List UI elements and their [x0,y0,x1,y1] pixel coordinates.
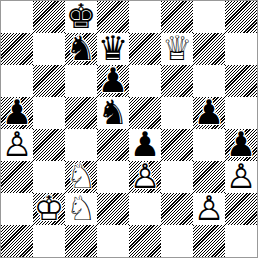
piece-glyph-white-knight: ♘ [65,193,97,225]
square-f8[interactable] [161,1,193,33]
square-a7[interactable] [1,33,33,65]
piece-white-king[interactable]: ♚♔ [33,193,65,225]
square-c8[interactable]: ♚♚ [65,1,97,33]
square-e7[interactable] [129,33,161,65]
square-b6[interactable] [33,65,65,97]
piece-black-knight[interactable]: ♞♞ [97,97,129,129]
piece-glyph-white-knight: ♘ [65,161,97,193]
piece-black-pawn[interactable]: ♟♟ [193,97,225,129]
square-d7[interactable]: ♛♛ [97,33,129,65]
square-d6[interactable]: ♟♟ [97,65,129,97]
piece-glyph-white-pawn: ♙ [1,129,33,161]
square-c7[interactable]: ♞♞ [65,33,97,65]
square-a8[interactable] [1,1,33,33]
square-d3[interactable] [97,161,129,193]
square-a4[interactable]: ♟♙ [1,129,33,161]
square-f3[interactable] [161,161,193,193]
piece-halo: ♟ [129,161,161,193]
square-h7[interactable] [225,33,257,65]
square-b2[interactable]: ♚♔ [33,193,65,225]
square-h5[interactable] [225,97,257,129]
chess-board: ♚♚♞♞♛♛♛♕♟♟♟♟♞♞♟♟♟♙♟♟♟♟♞♘♟♙♟♙♚♔♞♘♟♙ [0,0,258,258]
square-a1[interactable] [1,225,33,257]
piece-white-pawn[interactable]: ♟♙ [1,129,33,161]
piece-glyph-black-pawn: ♟ [97,65,129,97]
piece-halo: ♟ [97,65,129,97]
piece-glyph-black-pawn: ♟ [225,129,257,161]
square-f1[interactable] [161,225,193,257]
square-f5[interactable] [161,97,193,129]
piece-halo: ♟ [1,97,33,129]
piece-glyph-white-queen: ♕ [161,33,193,65]
piece-glyph-white-pawn: ♙ [193,193,225,225]
square-d4[interactable] [97,129,129,161]
square-c5[interactable] [65,97,97,129]
square-g8[interactable] [193,1,225,33]
piece-halo: ♚ [65,1,97,33]
square-e6[interactable] [129,65,161,97]
piece-halo: ♛ [97,33,129,65]
square-c4[interactable] [65,129,97,161]
piece-halo: ♟ [129,129,161,161]
piece-glyph-black-king: ♚ [65,1,97,33]
piece-black-king[interactable]: ♚♚ [65,1,97,33]
square-g4[interactable] [193,129,225,161]
square-d1[interactable] [97,225,129,257]
square-f7[interactable]: ♛♕ [161,33,193,65]
square-e1[interactable] [129,225,161,257]
square-h2[interactable] [225,193,257,225]
piece-glyph-black-pawn: ♟ [1,97,33,129]
square-c3[interactable]: ♞♘ [65,161,97,193]
piece-glyph-black-knight: ♞ [97,97,129,129]
piece-halo: ♞ [65,161,97,193]
square-f6[interactable] [161,65,193,97]
square-f4[interactable] [161,129,193,161]
piece-glyph-white-pawn: ♙ [225,161,257,193]
square-g3[interactable] [193,161,225,193]
piece-white-knight[interactable]: ♞♘ [65,193,97,225]
square-a2[interactable] [1,193,33,225]
square-c6[interactable] [65,65,97,97]
square-g7[interactable] [193,33,225,65]
piece-black-pawn[interactable]: ♟♟ [1,97,33,129]
square-b8[interactable] [33,1,65,33]
piece-halo: ♚ [33,193,65,225]
piece-black-queen[interactable]: ♛♛ [97,33,129,65]
piece-halo: ♞ [65,33,97,65]
square-b4[interactable] [33,129,65,161]
piece-glyph-white-king: ♔ [33,193,65,225]
piece-halo: ♛ [161,33,193,65]
square-b1[interactable] [33,225,65,257]
square-e4[interactable]: ♟♟ [129,129,161,161]
piece-halo: ♟ [1,129,33,161]
square-b5[interactable] [33,97,65,129]
square-h1[interactable] [225,225,257,257]
square-h4[interactable]: ♟♟ [225,129,257,161]
square-g1[interactable] [193,225,225,257]
square-h6[interactable] [225,65,257,97]
piece-halo: ♟ [225,129,257,161]
square-e8[interactable] [129,1,161,33]
piece-halo: ♟ [193,193,225,225]
square-e2[interactable] [129,193,161,225]
piece-halo: ♞ [65,193,97,225]
piece-glyph-black-knight: ♞ [65,33,97,65]
piece-glyph-black-pawn: ♟ [129,129,161,161]
square-h3[interactable]: ♟♙ [225,161,257,193]
square-a3[interactable] [1,161,33,193]
square-h8[interactable] [225,1,257,33]
square-d5[interactable]: ♞♞ [97,97,129,129]
square-g6[interactable] [193,65,225,97]
square-a6[interactable] [1,65,33,97]
square-f2[interactable] [161,193,193,225]
square-b7[interactable] [33,33,65,65]
piece-glyph-black-queen: ♛ [97,33,129,65]
piece-black-pawn[interactable]: ♟♟ [97,65,129,97]
square-d8[interactable] [97,1,129,33]
piece-black-pawn[interactable]: ♟♟ [225,129,257,161]
piece-black-pawn[interactable]: ♟♟ [129,129,161,161]
piece-glyph-white-pawn: ♙ [129,161,161,193]
square-e5[interactable] [129,97,161,129]
piece-white-pawn[interactable]: ♟♙ [129,161,161,193]
square-c1[interactable] [65,225,97,257]
piece-white-queen[interactable]: ♛♕ [161,33,193,65]
square-d2[interactable] [97,193,129,225]
piece-black-knight[interactable]: ♞♞ [65,33,97,65]
square-g2[interactable]: ♟♙ [193,193,225,225]
square-c2[interactable]: ♞♘ [65,193,97,225]
piece-white-pawn[interactable]: ♟♙ [193,193,225,225]
square-g5[interactable]: ♟♟ [193,97,225,129]
square-e3[interactable]: ♟♙ [129,161,161,193]
piece-glyph-black-pawn: ♟ [193,97,225,129]
square-a5[interactable]: ♟♟ [1,97,33,129]
piece-white-knight[interactable]: ♞♘ [65,161,97,193]
piece-halo: ♟ [193,97,225,129]
piece-halo: ♞ [97,97,129,129]
piece-halo: ♟ [225,161,257,193]
square-b3[interactable] [33,161,65,193]
piece-white-pawn[interactable]: ♟♙ [225,161,257,193]
